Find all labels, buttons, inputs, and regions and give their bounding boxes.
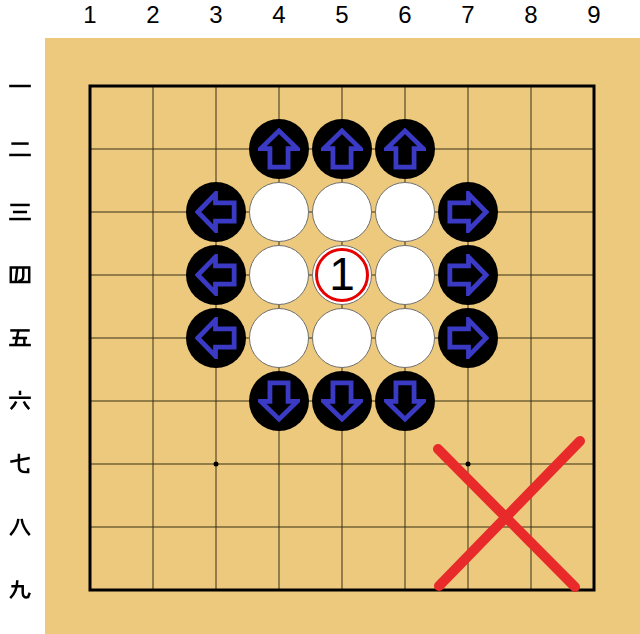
- arrow-up-icon: [258, 128, 300, 170]
- column-label-2: 2: [121, 1, 185, 28]
- stone-white[interactable]: [249, 182, 309, 242]
- stone-white[interactable]: [249, 245, 309, 305]
- stone-black-arrow-right[interactable]: [438, 182, 498, 242]
- stones-layer: 1: [59, 55, 626, 622]
- stone-black-arrow-left[interactable]: [186, 182, 246, 242]
- row-label-1: [7, 73, 33, 99]
- arrow-down-icon: [321, 380, 363, 422]
- column-label-4: 4: [247, 1, 311, 28]
- row-label-8: [7, 514, 33, 540]
- arrow-up-icon: [321, 128, 363, 170]
- stone-black-arrow-down[interactable]: [249, 371, 309, 431]
- row-label-5: [7, 325, 33, 351]
- stone-black-arrow-right[interactable]: [438, 245, 498, 305]
- column-label-7: 7: [436, 1, 500, 28]
- row-label-3: [7, 199, 33, 225]
- stone-black-arrow-up[interactable]: [375, 119, 435, 179]
- stone-black-arrow-down[interactable]: [312, 371, 372, 431]
- arrow-down-icon: [258, 380, 300, 422]
- arrow-right-icon: [447, 191, 489, 233]
- arrow-right-icon: [447, 317, 489, 359]
- row-label-7: [7, 451, 33, 477]
- stone-white[interactable]: [249, 308, 309, 368]
- column-label-5: 5: [310, 1, 374, 28]
- stone-black-arrow-up[interactable]: [312, 119, 372, 179]
- stone-white[interactable]: [375, 308, 435, 368]
- arrow-left-icon: [195, 254, 237, 296]
- arrow-left-icon: [195, 317, 237, 359]
- go-diagram-page: 123456789 1: [0, 0, 640, 634]
- stone-black-arrow-left[interactable]: [186, 308, 246, 368]
- row-label-9: [7, 577, 33, 603]
- row-label-4: [7, 262, 33, 288]
- stone-black-arrow-up[interactable]: [249, 119, 309, 179]
- column-label-9: 9: [562, 1, 626, 28]
- row-label-2: [7, 136, 33, 162]
- stone-black-arrow-left[interactable]: [186, 245, 246, 305]
- column-label-6: 6: [373, 1, 437, 28]
- stone-white-circle[interactable]: 1: [312, 245, 372, 305]
- arrow-right-icon: [447, 254, 489, 296]
- stone-white[interactable]: [375, 245, 435, 305]
- column-label-1: 1: [58, 1, 122, 28]
- row-label-6: [7, 388, 33, 414]
- stone-black-arrow-right[interactable]: [438, 308, 498, 368]
- move-number: 1: [329, 251, 355, 297]
- stone-black-arrow-down[interactable]: [375, 371, 435, 431]
- column-label-3: 3: [184, 1, 248, 28]
- stone-white[interactable]: [375, 182, 435, 242]
- arrow-up-icon: [384, 128, 426, 170]
- arrow-down-icon: [384, 380, 426, 422]
- arrow-left-icon: [195, 191, 237, 233]
- stone-white[interactable]: [312, 182, 372, 242]
- column-label-8: 8: [499, 1, 563, 28]
- stone-white[interactable]: [312, 308, 372, 368]
